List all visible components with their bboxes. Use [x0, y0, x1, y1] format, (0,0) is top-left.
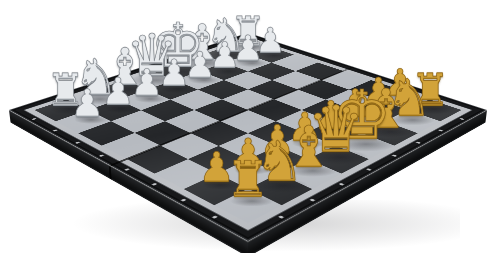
- chess-piece-gold-rook[interactable]: ♜: [226, 156, 270, 205]
- rivet: [124, 168, 130, 171]
- square-r7c4[interactable]: [135, 121, 192, 145]
- rivet: [309, 198, 315, 201]
- rivet: [180, 198, 186, 201]
- chess-piece-silver-pawn[interactable]: ♟: [101, 75, 134, 112]
- rivet: [416, 141, 421, 143]
- rivet: [151, 183, 157, 186]
- square-r8c4[interactable]: [102, 133, 160, 159]
- rivet: [339, 183, 345, 186]
- rivet: [99, 154, 105, 157]
- rivet: [32, 118, 37, 120]
- rivet: [53, 129, 58, 131]
- square-r8c5[interactable]: [127, 146, 187, 174]
- product-photo-stage: ♜♞♝♚♛♝♞♜♟♟♟♟♟♟♟♟♟♟♟♟♟♟♟♟♜♞♝♚♛♝♞♜: [0, 0, 500, 253]
- chess-piece-silver-pawn[interactable]: ♟: [70, 85, 104, 122]
- square-r6c4[interactable]: [166, 110, 221, 133]
- rivet: [459, 118, 464, 120]
- rivet: [278, 215, 284, 218]
- rivet: [438, 129, 443, 131]
- chess-piece-silver-pawn[interactable]: ♟: [130, 65, 163, 101]
- rivet: [392, 154, 398, 157]
- fold-seam-wall: [109, 166, 112, 180]
- rivet: [366, 168, 372, 171]
- rivet: [75, 141, 80, 143]
- rivet: [212, 215, 218, 218]
